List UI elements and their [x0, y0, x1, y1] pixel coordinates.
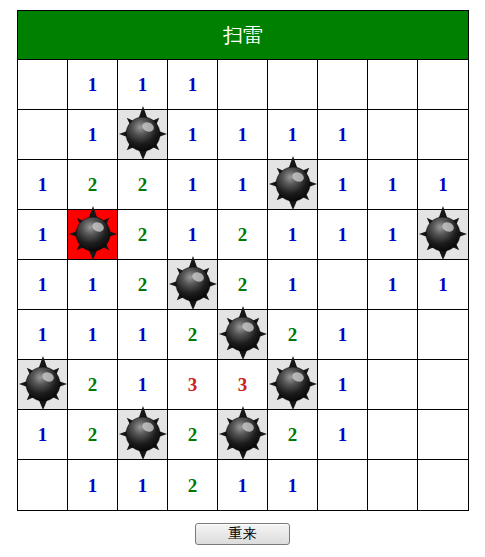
cell-r4c9[interactable] [418, 210, 468, 260]
cell-r4c5[interactable]: 2 [218, 210, 268, 260]
mine-count: 1 [138, 75, 148, 94]
cell-r2c1[interactable] [18, 110, 68, 160]
cell-r6c6[interactable]: 2 [268, 310, 318, 360]
cell-r9c4[interactable]: 2 [168, 460, 218, 510]
cell-r6c3[interactable]: 1 [118, 310, 168, 360]
mine-count: 1 [388, 275, 398, 294]
mine-icon [119, 406, 167, 460]
mine-count: 1 [138, 325, 148, 344]
mine-count: 2 [238, 225, 248, 244]
restart-button[interactable]: 重来 [195, 523, 290, 545]
mine-count: 2 [188, 325, 198, 344]
mine-count: 1 [288, 125, 298, 144]
mine-count: 1 [88, 325, 98, 344]
cell-r5c9[interactable]: 1 [418, 260, 468, 310]
mine-count: 1 [88, 476, 98, 495]
cell-r8c3[interactable] [118, 410, 168, 460]
mine-count: 1 [438, 275, 448, 294]
cell-r6c7[interactable]: 1 [318, 310, 368, 360]
cell-r1c4[interactable]: 1 [168, 60, 218, 110]
mine-icon [219, 406, 267, 460]
cell-r5c5[interactable]: 2 [218, 260, 268, 310]
cell-r9c3[interactable]: 1 [118, 460, 168, 510]
mine-count: 1 [338, 225, 348, 244]
cell-r8c4[interactable]: 2 [168, 410, 218, 460]
mine-count: 1 [38, 425, 48, 444]
mine-icon [119, 106, 167, 160]
cell-r2c5[interactable]: 1 [218, 110, 268, 160]
mine-count: 1 [338, 375, 348, 394]
cell-r4c2[interactable] [68, 210, 118, 260]
mine-count: 2 [238, 275, 248, 294]
mine-count: 2 [88, 375, 98, 394]
cell-r2c2[interactable]: 1 [68, 110, 118, 160]
cell-r7c3[interactable]: 1 [118, 360, 168, 410]
mine-count: 2 [138, 275, 148, 294]
cell-r8c8[interactable] [368, 410, 418, 460]
cell-r1c9[interactable] [418, 60, 468, 110]
mine-icon [269, 156, 317, 210]
cell-r6c8[interactable] [368, 310, 418, 360]
cell-r9c2[interactable]: 1 [68, 460, 118, 510]
cell-r2c8[interactable] [368, 110, 418, 160]
cell-r4c1[interactable]: 1 [18, 210, 68, 260]
mine-icon [69, 206, 117, 260]
cell-r2c3[interactable] [118, 110, 168, 160]
mine-count: 1 [188, 75, 198, 94]
cell-r4c8[interactable]: 1 [368, 210, 418, 260]
mine-count: 1 [338, 175, 348, 194]
mine-count: 3 [238, 375, 248, 394]
cell-r7c7[interactable]: 1 [318, 360, 368, 410]
cell-r2c9[interactable] [418, 110, 468, 160]
cell-r3c9[interactable]: 1 [418, 160, 468, 210]
mine-icon [269, 356, 317, 410]
mine-count: 2 [138, 225, 148, 244]
cell-r5c8[interactable]: 1 [368, 260, 418, 310]
cell-r2c7[interactable]: 1 [318, 110, 368, 160]
cell-r3c1[interactable]: 1 [18, 160, 68, 210]
board: 1111111112211111121211111221111112212133… [18, 60, 468, 510]
minesweeper-window: 扫雷 1111111112211111121211111221111112212… [17, 10, 469, 511]
cell-r3c8[interactable]: 1 [368, 160, 418, 210]
mine-count: 2 [188, 425, 198, 444]
mine-count: 1 [288, 225, 298, 244]
mine-count: 2 [138, 175, 148, 194]
mine-icon [419, 206, 467, 260]
cell-r6c9[interactable] [418, 310, 468, 360]
mine-count: 1 [238, 125, 248, 144]
cell-r5c3[interactable]: 2 [118, 260, 168, 310]
mine-count: 2 [88, 175, 98, 194]
title-bar: 扫雷 [18, 11, 468, 60]
mine-count: 1 [288, 476, 298, 495]
mine-icon [169, 256, 217, 310]
cell-r8c1[interactable]: 1 [18, 410, 68, 460]
cell-r9c7[interactable] [318, 460, 368, 510]
cell-r9c9[interactable] [418, 460, 468, 510]
mine-count: 1 [188, 225, 198, 244]
cell-r8c6[interactable]: 2 [268, 410, 318, 460]
cell-r3c7[interactable]: 1 [318, 160, 368, 210]
cell-r4c4[interactable]: 1 [168, 210, 218, 260]
cell-r3c3[interactable]: 2 [118, 160, 168, 210]
cell-r7c1[interactable] [18, 360, 68, 410]
mine-count: 2 [288, 425, 298, 444]
cell-r4c6[interactable]: 1 [268, 210, 318, 260]
mine-count: 1 [188, 125, 198, 144]
mine-count: 1 [338, 325, 348, 344]
mine-count: 1 [38, 225, 48, 244]
mine-count: 1 [38, 275, 48, 294]
cell-r6c5[interactable] [218, 310, 268, 360]
cell-r1c6[interactable] [268, 60, 318, 110]
cell-r5c7[interactable] [318, 260, 368, 310]
cell-r4c7[interactable]: 1 [318, 210, 368, 260]
cell-r7c6[interactable] [268, 360, 318, 410]
mine-count: 1 [238, 476, 248, 495]
mine-count: 1 [288, 275, 298, 294]
mine-count: 1 [88, 125, 98, 144]
mine-count: 2 [188, 476, 198, 495]
cell-r8c9[interactable] [418, 410, 468, 460]
cell-r7c4[interactable]: 3 [168, 360, 218, 410]
mine-icon [219, 306, 267, 360]
cell-r1c7[interactable] [318, 60, 368, 110]
cell-r5c4[interactable] [168, 260, 218, 310]
page: 扫雷 1111111112211111121211111221111112212… [0, 0, 485, 557]
mine-count: 1 [338, 425, 348, 444]
mine-count: 2 [88, 425, 98, 444]
cell-r7c2[interactable]: 2 [68, 360, 118, 410]
cell-r1c3[interactable]: 1 [118, 60, 168, 110]
mine-count: 1 [238, 175, 248, 194]
cell-r9c1[interactable] [18, 460, 68, 510]
cell-r9c5[interactable]: 1 [218, 460, 268, 510]
cell-r2c6[interactable]: 1 [268, 110, 318, 160]
mine-count: 2 [288, 325, 298, 344]
cell-r1c8[interactable] [368, 60, 418, 110]
cell-r5c1[interactable]: 1 [18, 260, 68, 310]
mine-count: 1 [138, 375, 148, 394]
mine-count: 1 [388, 225, 398, 244]
mine-count: 1 [388, 175, 398, 194]
cell-r3c4[interactable]: 1 [168, 160, 218, 210]
cell-r9c6[interactable]: 1 [268, 460, 318, 510]
cell-r5c6[interactable]: 1 [268, 260, 318, 310]
cell-r2c4[interactable]: 1 [168, 110, 218, 160]
mine-count: 1 [138, 476, 148, 495]
mine-count: 1 [88, 275, 98, 294]
cell-r9c8[interactable] [368, 460, 418, 510]
mine-icon [19, 356, 67, 410]
mine-count: 3 [188, 375, 198, 394]
cell-r3c5[interactable]: 1 [218, 160, 268, 210]
mine-count: 1 [38, 325, 48, 344]
cell-r1c2[interactable]: 1 [68, 60, 118, 110]
mine-count: 1 [88, 75, 98, 94]
cell-r6c2[interactable]: 1 [68, 310, 118, 360]
cell-r8c2[interactable]: 2 [68, 410, 118, 460]
cell-r7c9[interactable] [418, 360, 468, 410]
cell-r6c1[interactable]: 1 [18, 310, 68, 360]
cell-r7c8[interactable] [368, 360, 418, 410]
mine-count: 1 [188, 175, 198, 194]
mine-count: 1 [38, 175, 48, 194]
mine-count: 1 [438, 175, 448, 194]
cell-r5c2[interactable]: 1 [68, 260, 118, 310]
cell-r3c2[interactable]: 2 [68, 160, 118, 210]
cell-r8c7[interactable]: 1 [318, 410, 368, 460]
cell-r1c5[interactable] [218, 60, 268, 110]
cell-r7c5[interactable]: 3 [218, 360, 268, 410]
cell-r3c6[interactable] [268, 160, 318, 210]
cell-r6c4[interactable]: 2 [168, 310, 218, 360]
mine-count: 1 [338, 125, 348, 144]
cell-r1c1[interactable] [18, 60, 68, 110]
cell-r4c3[interactable]: 2 [118, 210, 168, 260]
page-title: 扫雷 [223, 22, 263, 49]
cell-r8c5[interactable] [218, 410, 268, 460]
